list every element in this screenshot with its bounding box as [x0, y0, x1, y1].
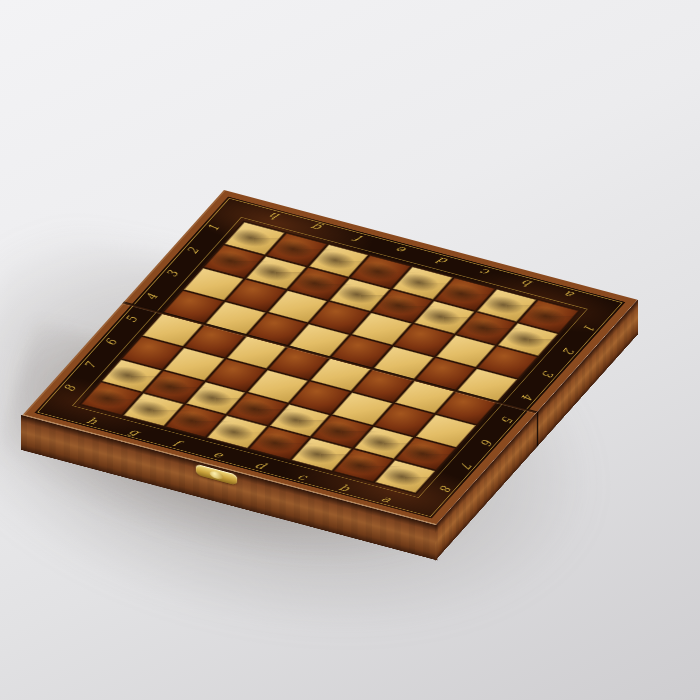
white-pawn-icon: ♟: [489, 260, 568, 348]
rank-label-right-4: 4: [517, 392, 537, 401]
rank-label-right-1: 1: [579, 323, 599, 332]
rank-label-right-3: 3: [538, 369, 558, 378]
file-label-front-d: d: [252, 460, 269, 471]
file-label-front-c: c: [294, 471, 309, 482]
file-label-front-b: b: [336, 482, 353, 493]
file-label-front-g: g: [126, 427, 143, 438]
rank-label-right-5: 5: [497, 415, 517, 424]
file-label-front-h: h: [84, 415, 101, 426]
rank-label-right-7: 7: [456, 461, 476, 470]
file-label-front-a: a: [378, 494, 394, 505]
rank-label-left-3: 3: [162, 269, 182, 278]
rank-label-right-6: 6: [476, 438, 496, 447]
rank-label-right-2: 2: [558, 346, 578, 355]
fold-seam-notch: [537, 410, 539, 447]
square-a8[interactable]: ♜: [375, 460, 435, 493]
black-rook-icon: ♜: [360, 387, 450, 487]
photo-stage: ♜♞♝♚♛♝♞♜♟♟♟♟♟♟♟♟♟♟♟♟♟♟♟♟♜♞♝♚♛♝♞♜ hhggffe…: [0, 0, 700, 700]
file-label-front-f: f: [170, 438, 183, 448]
rank-label-right-8: 8: [435, 484, 455, 493]
file-label-front-e: e: [210, 449, 226, 460]
